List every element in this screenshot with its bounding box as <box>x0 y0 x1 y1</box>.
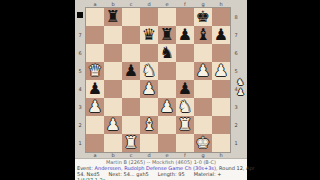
material-text: Material: + <box>194 172 222 177</box>
square-a6[interactable] <box>86 44 104 62</box>
file-label-top-g: g <box>194 0 212 8</box>
piece-white-knight: ♞ <box>176 98 194 116</box>
square-d2[interactable]: ♝ <box>140 116 158 134</box>
square-g1[interactable]: ♚ <box>194 134 212 152</box>
square-a1[interactable] <box>86 134 104 152</box>
square-e1[interactable] <box>158 134 176 152</box>
square-e6[interactable]: ♞ <box>158 44 176 62</box>
square-h5[interactable]: ♟ <box>212 62 230 80</box>
square-g5[interactable]: ♟ <box>194 62 212 80</box>
file-label-top-f: f <box>176 0 194 8</box>
square-h4[interactable] <box>212 80 230 98</box>
square-f5[interactable] <box>176 62 194 80</box>
file-label-top-b: b <box>104 0 122 8</box>
rank-label-right-2: 2 <box>231 116 241 134</box>
square-a2[interactable] <box>86 116 104 134</box>
engine-status-line[interactable]: 1/4/37 1.2s <box>75 178 247 180</box>
square-a5[interactable]: ♛ <box>86 62 104 80</box>
rank-label-left-5: 5 <box>75 62 85 80</box>
square-g4[interactable] <box>194 80 212 98</box>
square-c4[interactable] <box>122 80 140 98</box>
square-h7[interactable]: ♟ <box>212 26 230 44</box>
square-d7[interactable]: ♛ <box>140 26 158 44</box>
square-e8[interactable] <box>158 8 176 26</box>
square-f1[interactable] <box>176 134 194 152</box>
square-e7[interactable]: ♜ <box>158 26 176 44</box>
rank-label-right-6: 6 <box>231 44 241 62</box>
square-a4[interactable]: ♟ <box>86 80 104 98</box>
square-h3[interactable] <box>212 98 230 116</box>
square-h2[interactable] <box>212 116 230 134</box>
square-d4[interactable]: ♟ <box>140 80 158 98</box>
file-label-top-a: a <box>86 0 104 8</box>
piece-black-pawn: ♟ <box>122 62 140 80</box>
square-b2[interactable]: ♟ <box>104 116 122 134</box>
piece-white-pawn: ♟ <box>158 98 176 116</box>
game-length: Length: 95 <box>158 172 185 177</box>
piece-black-pawn: ♟ <box>176 80 194 98</box>
file-label-top-d: d <box>140 0 158 8</box>
file-label-top-h: h <box>212 0 230 8</box>
square-a8[interactable] <box>86 8 104 26</box>
piece-white-pawn: ♟ <box>104 116 122 134</box>
square-c1[interactable]: ♜ <box>122 134 140 152</box>
rank-label-right-8: 8 <box>231 8 241 26</box>
rank-label-right-7: 7 <box>231 26 241 44</box>
square-b5[interactable] <box>104 62 122 80</box>
square-b1[interactable] <box>104 134 122 152</box>
piece-white-queen: ♛ <box>86 62 104 80</box>
piece-white-rook: ♜ <box>122 134 140 152</box>
square-a7[interactable] <box>86 26 104 44</box>
game-info-panel: Martin B (2265) -- Mockfish (4605) 1-0 (… <box>75 158 247 180</box>
square-b8[interactable]: ♜ <box>104 8 122 26</box>
tray-white-knight: ♞ <box>234 77 247 87</box>
next-move: Next: 54... gxh5 <box>109 172 149 177</box>
square-b4[interactable] <box>104 80 122 98</box>
square-d8[interactable] <box>140 8 158 26</box>
square-d3[interactable] <box>140 98 158 116</box>
rank-label-left-4: 4 <box>75 80 85 98</box>
square-h8[interactable] <box>212 8 230 26</box>
file-label-top-c: c <box>122 0 140 8</box>
rank-label-left-7: 7 <box>75 26 85 44</box>
square-h1[interactable] <box>212 134 230 152</box>
piece-black-pawn: ♟ <box>176 26 194 44</box>
square-e4[interactable] <box>158 80 176 98</box>
board-frame: ♜♚♛♜♟♝♟♞♛♟♞♟♟♟♟♟♟♟♞♟♝♜♜♚ aabbccddeeffggh… <box>75 0 247 158</box>
square-c8[interactable] <box>122 8 140 26</box>
piece-black-knight: ♞ <box>158 44 176 62</box>
rank-label-left-3: 3 <box>75 98 85 116</box>
square-g2[interactable] <box>194 116 212 134</box>
piece-black-bishop: ♝ <box>194 26 212 44</box>
square-b6[interactable] <box>104 44 122 62</box>
rank-label-right-3: 3 <box>231 98 241 116</box>
square-f7[interactable]: ♟ <box>176 26 194 44</box>
material-tray: ♞♟ <box>234 77 247 97</box>
square-c7[interactable] <box>122 26 140 44</box>
square-e3[interactable]: ♟ <box>158 98 176 116</box>
piece-white-pawn: ♟ <box>86 98 104 116</box>
square-f3[interactable]: ♞ <box>176 98 194 116</box>
chess-board: ♜♚♛♜♟♝♟♞♛♟♞♟♟♟♟♟♟♟♞♟♝♜♜♚ <box>86 8 230 152</box>
piece-white-pawn: ♟ <box>194 62 212 80</box>
rank-label-left-2: 2 <box>75 116 85 134</box>
square-d1[interactable] <box>140 134 158 152</box>
square-g6[interactable] <box>194 44 212 62</box>
square-h6[interactable] <box>212 44 230 62</box>
square-e2[interactable] <box>158 116 176 134</box>
square-g3[interactable] <box>194 98 212 116</box>
piece-white-knight: ♞ <box>140 62 158 80</box>
piece-black-rook: ♜ <box>104 8 122 26</box>
video-frame: ♜♚♛♜♟♝♟♞♛♟♞♟♟♟♟♟♟♟♞♟♝♜♜♚ aabbccddeeffggh… <box>0 0 320 180</box>
square-f6[interactable] <box>176 44 194 62</box>
square-a3[interactable]: ♟ <box>86 98 104 116</box>
rank-label-right-1: 1 <box>231 134 241 152</box>
square-f4[interactable]: ♟ <box>176 80 194 98</box>
square-g8[interactable]: ♚ <box>194 8 212 26</box>
square-c3[interactable] <box>122 98 140 116</box>
square-b7[interactable] <box>104 26 122 44</box>
square-d6[interactable] <box>140 44 158 62</box>
square-c2[interactable] <box>122 116 140 134</box>
piece-black-rook: ♜ <box>158 26 176 44</box>
square-g7[interactable]: ♝ <box>194 26 212 44</box>
rank-label-left-6: 6 <box>75 44 85 62</box>
square-b3[interactable] <box>104 98 122 116</box>
square-c6[interactable] <box>122 44 140 62</box>
file-label-top-e: e <box>158 0 176 8</box>
piece-white-bishop: ♝ <box>140 116 158 134</box>
square-c5[interactable]: ♟ <box>122 62 140 80</box>
square-d5[interactable]: ♞ <box>140 62 158 80</box>
piece-white-pawn: ♟ <box>212 62 230 80</box>
event-round: , Round 12, Apr <box>216 165 255 171</box>
piece-black-king: ♚ <box>194 8 212 26</box>
square-f2[interactable]: ♜ <box>176 116 194 134</box>
tray-white-pawn: ♟ <box>234 87 247 97</box>
black-to-move-indicator <box>77 12 83 18</box>
square-f8[interactable] <box>176 8 194 26</box>
piece-black-pawn: ♟ <box>86 80 104 98</box>
rank-label-left-1: 1 <box>75 134 85 152</box>
piece-white-king: ♚ <box>194 134 212 152</box>
piece-white-pawn: ♟ <box>140 80 158 98</box>
square-e5[interactable] <box>158 62 176 80</box>
piece-black-queen: ♛ <box>140 26 158 44</box>
piece-white-rook: ♜ <box>176 116 194 134</box>
piece-black-pawn: ♟ <box>212 26 230 44</box>
